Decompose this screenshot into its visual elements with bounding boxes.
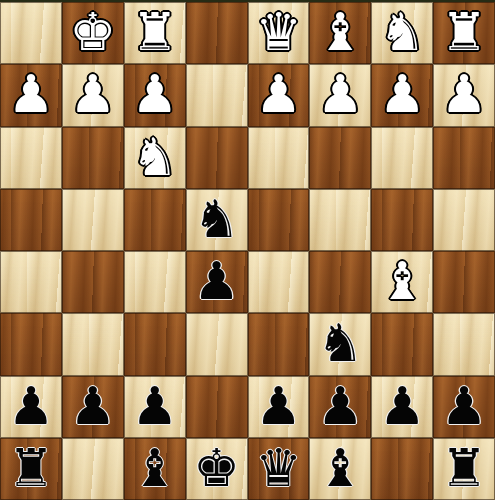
square-f1[interactable]: ♜ [124, 2, 186, 64]
square-g2[interactable]: ♟ [62, 64, 124, 126]
piece-black-pawn[interactable]: ♟ [8, 376, 55, 437]
square-f7[interactable]: ♟ [124, 376, 186, 438]
square-d8[interactable]: ♛ [248, 438, 310, 500]
piece-black-pawn[interactable]: ♟ [131, 376, 178, 437]
square-e7[interactable] [186, 376, 248, 438]
square-g1[interactable]: ♚ [62, 2, 124, 64]
square-b4[interactable] [371, 189, 433, 251]
square-h7[interactable]: ♟ [0, 376, 62, 438]
piece-black-pawn[interactable]: ♟ [379, 376, 426, 437]
piece-white-bishop[interactable]: ♝ [379, 251, 426, 312]
piece-black-bishop[interactable]: ♝ [317, 438, 364, 499]
square-g7[interactable]: ♟ [62, 376, 124, 438]
square-b8[interactable] [371, 438, 433, 500]
square-c5[interactable] [309, 251, 371, 313]
square-d6[interactable] [248, 313, 310, 375]
square-e1[interactable] [186, 2, 248, 64]
piece-black-rook[interactable]: ♜ [441, 438, 488, 499]
square-h2[interactable]: ♟ [0, 64, 62, 126]
square-f6[interactable] [124, 313, 186, 375]
square-b1[interactable]: ♞ [371, 2, 433, 64]
square-h5[interactable] [0, 251, 62, 313]
piece-white-pawn[interactable]: ♟ [255, 64, 302, 125]
piece-white-pawn[interactable]: ♟ [317, 64, 364, 125]
piece-black-king[interactable]: ♚ [193, 438, 240, 499]
square-e8[interactable]: ♚ [186, 438, 248, 500]
square-d2[interactable]: ♟ [248, 64, 310, 126]
square-b3[interactable] [371, 127, 433, 189]
piece-white-knight[interactable]: ♞ [131, 127, 178, 188]
square-h8[interactable]: ♜ [0, 438, 62, 500]
square-a7[interactable]: ♟ [433, 376, 495, 438]
piece-black-pawn[interactable]: ♟ [70, 376, 117, 437]
square-d5[interactable] [248, 251, 310, 313]
square-f3[interactable]: ♞ [124, 127, 186, 189]
piece-white-pawn[interactable]: ♟ [70, 64, 117, 125]
piece-white-pawn[interactable]: ♟ [131, 64, 178, 125]
square-g3[interactable] [62, 127, 124, 189]
piece-black-pawn[interactable]: ♟ [193, 251, 240, 312]
piece-black-knight[interactable]: ♞ [193, 189, 240, 250]
square-a1[interactable]: ♜ [433, 2, 495, 64]
square-a8[interactable]: ♜ [433, 438, 495, 500]
piece-white-rook[interactable]: ♜ [441, 2, 488, 63]
square-g6[interactable] [62, 313, 124, 375]
square-c8[interactable]: ♝ [309, 438, 371, 500]
piece-white-pawn[interactable]: ♟ [8, 64, 55, 125]
piece-black-pawn[interactable]: ♟ [441, 376, 488, 437]
square-b6[interactable] [371, 313, 433, 375]
square-h4[interactable] [0, 189, 62, 251]
square-c4[interactable] [309, 189, 371, 251]
piece-white-bishop[interactable]: ♝ [317, 2, 364, 63]
square-h6[interactable] [0, 313, 62, 375]
piece-white-king[interactable]: ♚ [70, 2, 117, 63]
square-c3[interactable] [309, 127, 371, 189]
square-e4[interactable]: ♞ [186, 189, 248, 251]
square-g5[interactable] [62, 251, 124, 313]
square-d1[interactable]: ♛ [248, 2, 310, 64]
square-a3[interactable] [433, 127, 495, 189]
piece-black-pawn[interactable]: ♟ [317, 376, 364, 437]
square-g8[interactable] [62, 438, 124, 500]
square-a5[interactable] [433, 251, 495, 313]
square-f5[interactable] [124, 251, 186, 313]
chess-board-window: ♚♜♛♝♞♜♟♟♟♟♟♟♟♞♞♟♝♞♟♟♟♟♟♟♟♜♝♚♛♝♜ [0, 0, 495, 500]
square-h1[interactable] [0, 2, 62, 64]
square-b7[interactable]: ♟ [371, 376, 433, 438]
square-b5[interactable]: ♝ [371, 251, 433, 313]
square-e3[interactable] [186, 127, 248, 189]
square-f2[interactable]: ♟ [124, 64, 186, 126]
square-a6[interactable] [433, 313, 495, 375]
square-c6[interactable]: ♞ [309, 313, 371, 375]
square-b2[interactable]: ♟ [371, 64, 433, 126]
square-a4[interactable] [433, 189, 495, 251]
square-d7[interactable]: ♟ [248, 376, 310, 438]
square-f8[interactable]: ♝ [124, 438, 186, 500]
piece-white-queen[interactable]: ♛ [255, 2, 302, 63]
piece-white-pawn[interactable]: ♟ [379, 64, 426, 125]
square-f4[interactable] [124, 189, 186, 251]
square-d3[interactable] [248, 127, 310, 189]
piece-white-knight[interactable]: ♞ [379, 2, 426, 63]
square-g4[interactable] [62, 189, 124, 251]
piece-white-pawn[interactable]: ♟ [441, 64, 488, 125]
square-h3[interactable] [0, 127, 62, 189]
square-d4[interactable] [248, 189, 310, 251]
piece-white-rook[interactable]: ♜ [131, 2, 178, 63]
chess-board: ♚♜♛♝♞♜♟♟♟♟♟♟♟♞♞♟♝♞♟♟♟♟♟♟♟♜♝♚♛♝♜ [0, 0, 495, 500]
square-c7[interactable]: ♟ [309, 376, 371, 438]
piece-black-queen[interactable]: ♛ [255, 438, 302, 499]
square-c1[interactable]: ♝ [309, 2, 371, 64]
square-e5[interactable]: ♟ [186, 251, 248, 313]
piece-black-rook[interactable]: ♜ [8, 438, 55, 499]
square-e6[interactable] [186, 313, 248, 375]
piece-black-bishop[interactable]: ♝ [131, 438, 178, 499]
piece-black-knight[interactable]: ♞ [317, 313, 364, 374]
square-a2[interactable]: ♟ [433, 64, 495, 126]
square-c2[interactable]: ♟ [309, 64, 371, 126]
piece-black-pawn[interactable]: ♟ [255, 376, 302, 437]
square-e2[interactable] [186, 64, 248, 126]
